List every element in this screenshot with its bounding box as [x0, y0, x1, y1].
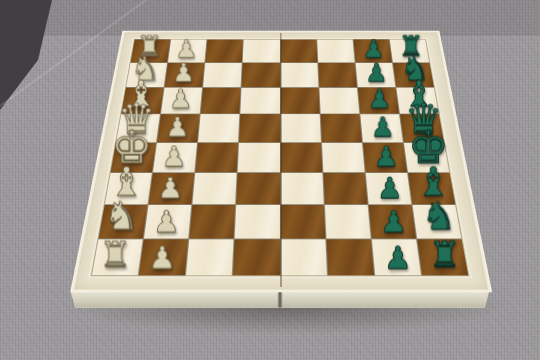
square-b4	[242, 63, 280, 87]
square-h7: ♟	[372, 239, 421, 275]
square-b6	[318, 63, 357, 87]
piece-green-rook: ♜	[429, 237, 461, 272]
square-h6	[326, 239, 374, 275]
square-d4	[239, 114, 279, 141]
square-c4	[241, 88, 280, 114]
square-f6	[323, 173, 367, 204]
piece-green-pawn: ♟	[365, 60, 388, 85]
square-g4	[235, 205, 279, 239]
square-h3	[186, 239, 234, 275]
square-c6	[319, 88, 359, 114]
piece-white-pawn: ♟	[158, 173, 184, 202]
square-e5	[280, 143, 321, 172]
piece-white-knight: ♞	[104, 197, 139, 236]
square-a4	[243, 40, 280, 63]
piece-green-pawn: ♟	[370, 113, 394, 140]
square-d5	[280, 114, 320, 141]
square-e6	[322, 143, 365, 172]
square-h4	[233, 239, 279, 275]
piece-white-pawn: ♟	[149, 242, 177, 273]
square-g3	[190, 205, 236, 239]
square-g5	[281, 205, 325, 239]
square-h2: ♟	[139, 239, 188, 275]
piece-white-pawn: ♟	[162, 142, 187, 170]
piece-white-rook: ♜	[99, 237, 131, 272]
square-c7: ♟	[358, 88, 399, 114]
square-c5	[280, 88, 319, 114]
chessboard-scene: ♜♟♟♜♞♟♟♞♝♟♟♝♛♟♟♛♚♟♟♚♝♟♟♝♞♟♟♞♜♟♟♜	[100, 0, 460, 322]
square-a6	[317, 40, 355, 63]
square-h5	[281, 239, 327, 275]
square-c3	[201, 88, 241, 114]
piece-green-pawn: ♟	[362, 36, 384, 61]
photo-background: ♜♟♟♜♞♟♟♞♝♟♟♝♛♟♟♛♚♟♟♚♝♟♟♝♞♟♟♞♜♟♟♜	[0, 0, 540, 360]
square-a3	[206, 40, 244, 63]
piece-green-pawn: ♟	[377, 173, 403, 202]
square-g2: ♟	[144, 205, 191, 239]
piece-green-knight: ♞	[421, 197, 456, 236]
square-d6	[320, 114, 361, 141]
square-h1: ♜	[92, 239, 143, 275]
piece-green-pawn: ♟	[373, 142, 398, 170]
square-c2: ♟	[161, 88, 202, 114]
square-a5	[280, 40, 317, 63]
piece-white-pawn: ♟	[169, 86, 192, 112]
board-front-edge	[70, 291, 489, 308]
square-f7: ♟	[365, 173, 411, 204]
square-d7: ♟	[360, 114, 403, 141]
piece-green-pawn: ♟	[380, 206, 407, 236]
square-f3	[193, 173, 237, 204]
square-b3	[203, 63, 242, 87]
square-f5	[281, 173, 324, 204]
square-e7: ♟	[363, 143, 407, 172]
square-e4	[238, 143, 279, 172]
square-d2: ♟	[157, 114, 200, 141]
piece-white-pawn: ♟	[153, 206, 180, 236]
piece-green-pawn: ♟	[368, 86, 391, 112]
square-f2: ♟	[149, 173, 195, 204]
square-e3	[196, 143, 239, 172]
chessboard: ♜♟♟♜♞♟♟♞♝♟♟♝♛♟♟♛♚♟♟♚♝♟♟♝♞♟♟♞♜♟♟♜	[70, 31, 492, 293]
square-g6	[324, 205, 370, 239]
piece-green-pawn: ♟	[384, 242, 412, 273]
square-b5	[280, 63, 318, 87]
piece-white-pawn: ♟	[176, 36, 198, 61]
square-d3	[198, 114, 239, 141]
square-g7: ♟	[368, 205, 415, 239]
piece-white-pawn: ♟	[172, 60, 195, 85]
square-h8: ♜	[417, 239, 468, 275]
square-f4	[237, 173, 280, 204]
piece-white-pawn: ♟	[165, 113, 189, 140]
square-e2: ♟	[153, 143, 197, 172]
